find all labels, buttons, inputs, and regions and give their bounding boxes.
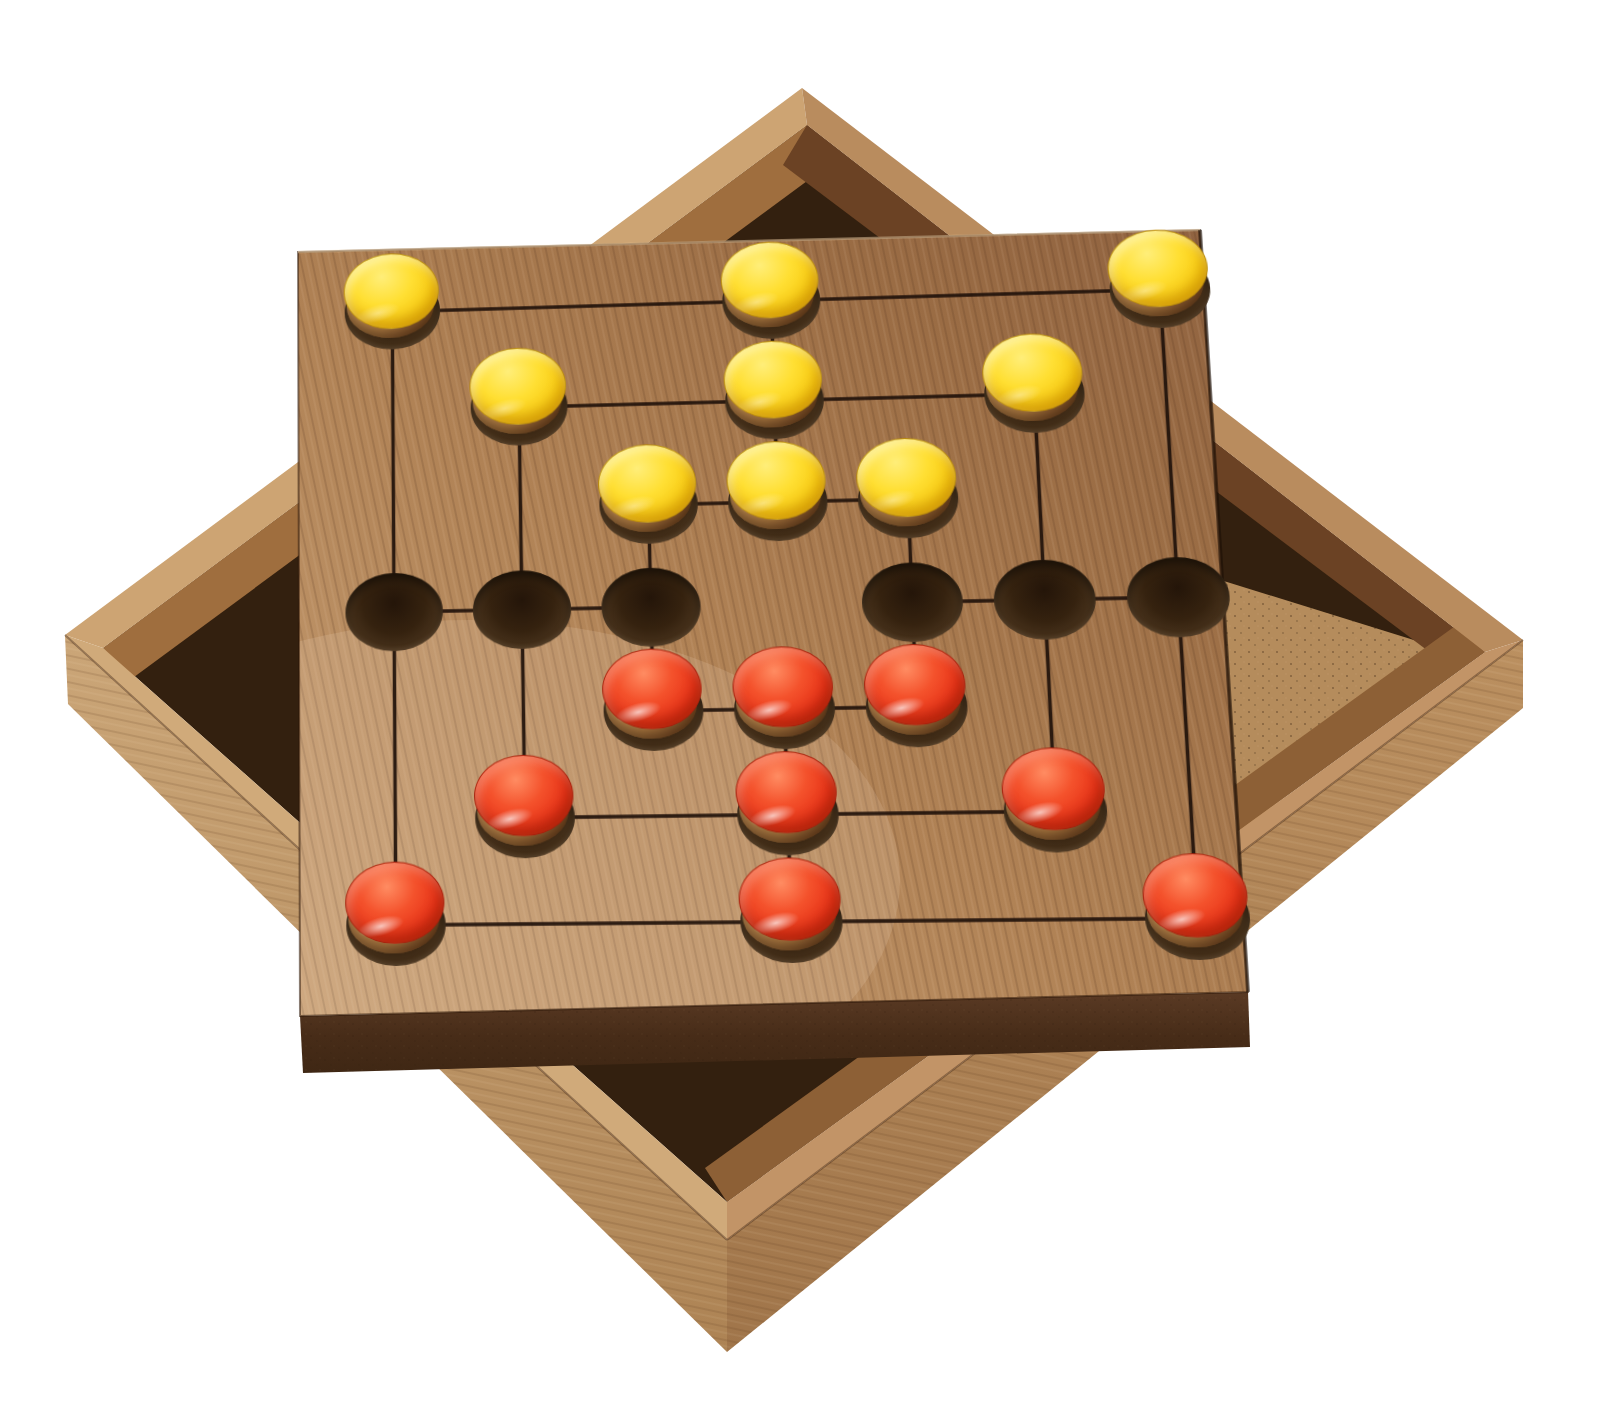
point-d7[interactable] [703,228,834,331]
red-peg-d1[interactable] [720,844,857,953]
point-d3[interactable] [715,633,850,740]
red-peg-d3[interactable] [715,633,850,740]
yellow-peg-a7[interactable] [328,240,453,341]
yellow-peg-e5[interactable] [838,425,973,530]
lattice-blank [587,740,721,847]
lattice-blank [978,628,1117,736]
lattice-blank [329,744,459,850]
lattice-blank [1094,316,1232,421]
point-a1[interactable] [329,849,459,956]
yellow-peg-g7[interactable] [1088,216,1225,320]
point-e4[interactable] [842,527,978,633]
point-g7[interactable] [1088,216,1225,320]
lattice-blank [831,224,964,327]
lattice-blank [454,434,583,538]
point-d6[interactable] [706,327,838,431]
lattice-blank [853,843,992,952]
red-peg-d2[interactable] [718,738,854,846]
red-peg-g1[interactable] [1123,840,1266,950]
lattice-blank [328,338,454,440]
yellow-peg-d5[interactable] [709,428,842,533]
lattice-blank [328,437,455,540]
lattice-blank [1100,418,1239,524]
red-peg-b2[interactable] [457,742,589,849]
point-b4[interactable] [455,535,585,640]
lattice-blank [959,220,1094,324]
lattice-blank [849,736,987,844]
point-e3[interactable] [846,631,983,738]
lattice-blank [577,232,706,334]
lattice-blank [458,847,591,955]
yellow-peg-d6[interactable] [706,327,838,431]
lattice-blank [987,841,1128,951]
lattice-blank [452,236,579,338]
lattice-blank [1111,626,1252,734]
lattice-blank [329,640,458,745]
lattice-blank [456,638,587,744]
lattice-blank [589,846,724,954]
point-c5[interactable] [581,431,712,535]
lattice-blank [712,530,846,636]
yellow-peg-c5[interactable] [581,431,712,535]
morris-board-grid [328,216,1266,956]
point-d2[interactable] [718,738,854,846]
red-peg-e3[interactable] [846,631,983,738]
point-a4[interactable] [328,538,456,642]
lattice-blank [579,331,709,434]
point-g1[interactable] [1123,840,1266,950]
yellow-peg-d7[interactable] [703,228,834,331]
point-d1[interactable] [720,844,857,953]
point-c4[interactable] [583,532,715,637]
point-f2[interactable] [982,734,1122,843]
point-b2[interactable] [457,742,589,849]
lattice-blank [968,421,1105,527]
lattice-blank [1117,732,1259,841]
point-f6[interactable] [964,320,1100,425]
point-e5[interactable] [838,425,973,530]
red-peg-c3[interactable] [585,635,718,741]
red-peg-f2[interactable] [982,734,1122,843]
point-b6[interactable] [453,334,581,437]
product-photo-scene [0,0,1600,1420]
red-peg-a1[interactable] [329,849,459,956]
lattice-blank [834,324,968,428]
point-d5[interactable] [709,428,842,533]
point-f4[interactable] [973,524,1111,631]
yellow-peg-f6[interactable] [964,320,1100,425]
point-c3[interactable] [585,635,718,741]
yellow-peg-b6[interactable] [453,334,581,437]
point-a7[interactable] [328,240,453,341]
point-g4[interactable] [1105,521,1245,628]
